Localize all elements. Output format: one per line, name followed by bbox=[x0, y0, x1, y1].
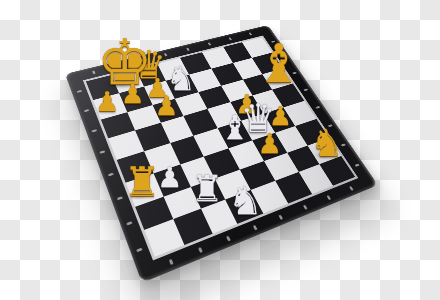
piece-gold-rook-a3[interactable]: ♜ bbox=[124, 162, 160, 203]
frame-coordinate-dot bbox=[304, 88, 308, 91]
frame-coordinate-dot bbox=[186, 48, 190, 51]
frame-coordinate-dot bbox=[228, 38, 232, 40]
piece-gold-pawn-b7[interactable]: ♟ bbox=[121, 81, 145, 108]
frame-coordinate-dot bbox=[137, 248, 142, 253]
frame-coordinate-dot bbox=[118, 196, 123, 200]
piece-gold-knight-h2[interactable]: ♞ bbox=[310, 125, 344, 163]
frame-coordinate-dot bbox=[92, 71, 96, 74]
piece-silver-pawn-b3[interactable]: ♟ bbox=[157, 164, 182, 192]
frame-coordinate-dot bbox=[127, 221, 132, 225]
piece-gold-pawn-c6[interactable]: ♟ bbox=[154, 93, 178, 120]
frame-coordinate-dot bbox=[253, 226, 258, 230]
frame-coordinate-dot bbox=[278, 215, 283, 219]
piece-gold-bishop-h6[interactable]: ♝ bbox=[255, 37, 303, 91]
piece-silver-knight-d1[interactable]: ♞ bbox=[228, 182, 263, 221]
piece-silver-rook-c2[interactable]: ♜ bbox=[191, 171, 223, 207]
frame-coordinate-dot bbox=[100, 150, 104, 154]
frame-coordinate-dot bbox=[355, 163, 359, 166]
frame-coordinate-dot bbox=[198, 248, 203, 253]
piece-gold-pawn-a7[interactable]: ♟ bbox=[95, 88, 119, 115]
frame-coordinate-dot bbox=[226, 236, 231, 240]
frame-coordinate-dot bbox=[92, 129, 96, 132]
piece-silver-bishop-e4[interactable]: ♝ bbox=[220, 111, 250, 145]
frame-coordinate-dot bbox=[109, 173, 113, 177]
frame-coordinate-dot bbox=[85, 109, 89, 112]
frame-coordinate-dot bbox=[349, 187, 353, 191]
frame-coordinate-dot bbox=[169, 260, 174, 265]
frame-coordinate-dot bbox=[208, 43, 212, 45]
frame-coordinate-dot bbox=[77, 90, 81, 93]
frame-coordinate-dot bbox=[303, 205, 307, 209]
frame-coordinate-dot bbox=[249, 33, 252, 35]
frame-coordinate-dot bbox=[316, 106, 320, 109]
piece-gold-pawn-f3[interactable]: ♟ bbox=[257, 129, 281, 156]
photo-canvas: ♚♛♞♟♟♟♟♝♟♝♛♟♟♟♜♜♞♞ bbox=[0, 0, 440, 300]
frame-coordinate-dot bbox=[327, 196, 331, 200]
